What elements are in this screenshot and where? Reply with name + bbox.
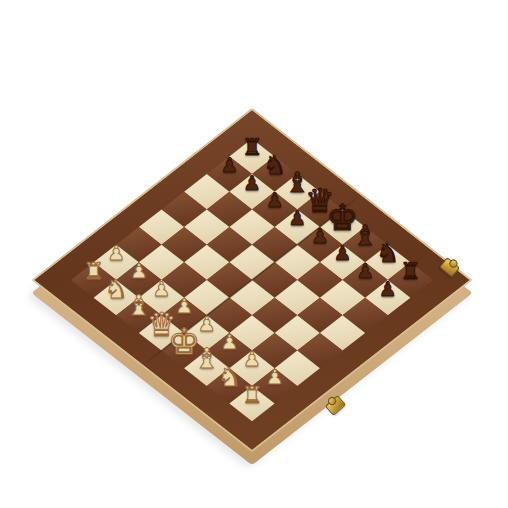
square-h1[interactable]: ♜ bbox=[229, 386, 274, 421]
piece-black-pawn[interactable]: ♟ bbox=[372, 273, 404, 305]
brass-clasp-bottom bbox=[325, 395, 346, 416]
chess-board: ♜♞♝♛♚♝♞♜♟♟♟♟♟♟♟♟♟♟♟♟♟♟♟♟♜♞♝♛♚♝♞♜ bbox=[31, 108, 472, 452]
product-photo-scene: ♜♞♝♛♚♝♞♜♟♟♟♟♟♟♟♟♟♟♟♟♟♟♟♟♜♞♝♛♚♝♞♜ bbox=[0, 0, 508, 508]
piece-white-rook[interactable]: ♜ bbox=[236, 379, 268, 411]
